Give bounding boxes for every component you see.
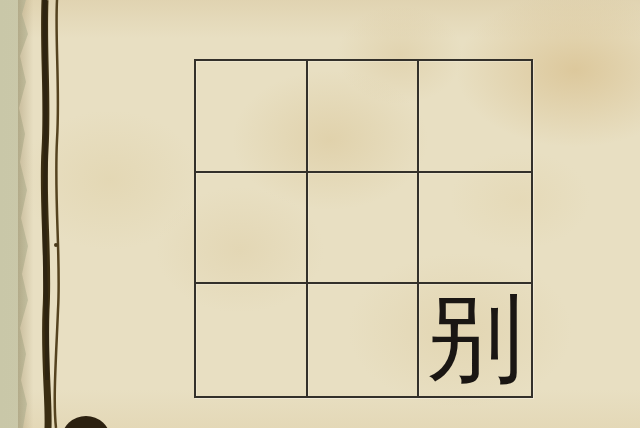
- ink-blot: [62, 416, 110, 428]
- ink-speck: [54, 243, 58, 247]
- grid-cell-r1c3[interactable]: [419, 61, 531, 173]
- cell-character-bie: 别: [427, 290, 524, 387]
- board-grid: 别: [194, 59, 533, 398]
- grid-cell-r1c2[interactable]: [308, 61, 420, 173]
- grid-cell-r2c3[interactable]: [419, 173, 531, 285]
- game-screen: 别: [0, 0, 640, 428]
- grid-cell-r3c2[interactable]: [308, 284, 420, 396]
- grid-cell-r2c1[interactable]: [196, 173, 308, 285]
- grid-cell-r2c2[interactable]: [308, 173, 420, 285]
- page-binding-lines: [0, 0, 140, 428]
- binding-thick-line-core: [45, 0, 48, 380]
- grid-cell-r1c1[interactable]: [196, 61, 308, 173]
- grid-cell-r3c1[interactable]: [196, 284, 308, 396]
- grid-cell-r3c3[interactable]: 别: [419, 284, 531, 396]
- binding-thin-line: [55, 0, 59, 428]
